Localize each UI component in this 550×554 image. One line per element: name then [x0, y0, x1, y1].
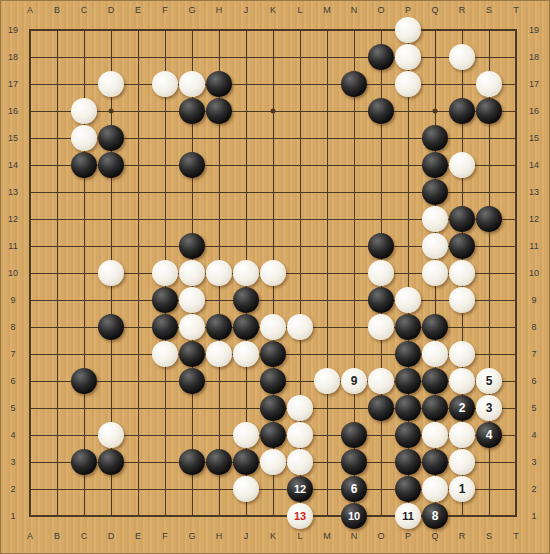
column-label-top-T: T	[513, 5, 519, 15]
stone-black-N1[interactable]: 10	[341, 503, 367, 529]
stone-white-L3[interactable]	[287, 449, 313, 475]
stone-white-J4[interactable]	[233, 422, 259, 448]
move-number-10: 10	[348, 511, 360, 522]
stone-black-D8[interactable]	[98, 314, 124, 340]
stone-white-P9[interactable]	[395, 287, 421, 313]
stone-white-L1[interactable]: 13	[287, 503, 313, 529]
column-label-bottom-K: K	[270, 531, 276, 541]
column-label-top-D: D	[108, 5, 115, 15]
row-label-right-15: 15	[529, 133, 539, 143]
star-point-K16	[271, 109, 276, 114]
move-number-5: 5	[486, 375, 493, 387]
grid-line-horizontal	[29, 300, 517, 301]
stone-white-P18[interactable]	[395, 44, 421, 70]
stone-white-R4[interactable]	[449, 422, 475, 448]
column-label-top-A: A	[27, 5, 33, 15]
stone-black-Q6[interactable]	[422, 368, 448, 394]
stone-black-S16[interactable]	[476, 98, 502, 124]
stone-black-P7[interactable]	[395, 341, 421, 367]
row-label-left-12: 12	[8, 214, 18, 224]
stone-black-P4[interactable]	[395, 422, 421, 448]
stone-black-R16[interactable]	[449, 98, 475, 124]
stone-white-D10[interactable]	[98, 260, 124, 286]
stone-black-P8[interactable]	[395, 314, 421, 340]
stone-black-H3[interactable]	[206, 449, 232, 475]
row-label-right-18: 18	[529, 52, 539, 62]
stone-white-F10[interactable]	[152, 260, 178, 286]
column-label-bottom-S: S	[486, 531, 492, 541]
stone-white-R10[interactable]	[449, 260, 475, 286]
stone-black-H17[interactable]	[206, 71, 232, 97]
stone-white-O8[interactable]	[368, 314, 394, 340]
move-number-13: 13	[294, 511, 306, 522]
go-board[interactable]: AABBCCDDEEFFGGHHJJKKLLMMNNOOPPQQRRSSTT19…	[0, 0, 550, 554]
stone-white-Q2[interactable]	[422, 476, 448, 502]
column-label-bottom-P: P	[405, 531, 411, 541]
column-label-bottom-C: C	[81, 531, 88, 541]
stone-white-J10[interactable]	[233, 260, 259, 286]
column-label-top-P: P	[405, 5, 411, 15]
stone-black-Q3[interactable]	[422, 449, 448, 475]
stone-white-Q7[interactable]	[422, 341, 448, 367]
stone-black-G7[interactable]	[179, 341, 205, 367]
stone-white-O6[interactable]	[368, 368, 394, 394]
column-label-top-C: C	[81, 5, 88, 15]
stone-black-Q1[interactable]: 8	[422, 503, 448, 529]
stone-black-O16[interactable]	[368, 98, 394, 124]
column-label-top-O: O	[377, 5, 384, 15]
stone-white-Q4[interactable]	[422, 422, 448, 448]
grid-line-vertical	[327, 29, 328, 517]
column-label-bottom-G: G	[188, 531, 195, 541]
stone-black-K7[interactable]	[260, 341, 286, 367]
row-label-right-19: 19	[529, 25, 539, 35]
stone-white-J7[interactable]	[233, 341, 259, 367]
stone-white-G8[interactable]	[179, 314, 205, 340]
column-label-bottom-L: L	[297, 531, 302, 541]
column-label-bottom-T: T	[513, 531, 519, 541]
stone-white-R6[interactable]	[449, 368, 475, 394]
row-label-left-14: 14	[8, 160, 18, 170]
stone-white-S6[interactable]: 5	[476, 368, 502, 394]
move-number-3: 3	[486, 402, 493, 414]
row-label-left-11: 11	[8, 241, 17, 251]
row-label-right-9: 9	[531, 295, 536, 305]
move-number-4: 4	[486, 429, 493, 441]
column-label-top-B: B	[54, 5, 60, 15]
row-label-left-13: 13	[8, 187, 18, 197]
move-number-9: 9	[351, 375, 358, 387]
stone-white-F17[interactable]	[152, 71, 178, 97]
stone-black-S12[interactable]	[476, 206, 502, 232]
stone-white-R9[interactable]	[449, 287, 475, 313]
row-label-right-1: 1	[531, 511, 536, 521]
stone-black-D15[interactable]	[98, 125, 124, 151]
stone-black-R11[interactable]	[449, 233, 475, 259]
stone-black-F8[interactable]	[152, 314, 178, 340]
row-label-left-8: 8	[10, 322, 15, 332]
column-label-top-G: G	[188, 5, 195, 15]
stone-black-O9[interactable]	[368, 287, 394, 313]
stone-white-Q12[interactable]	[422, 206, 448, 232]
stone-black-P2[interactable]	[395, 476, 421, 502]
move-number-6: 6	[351, 483, 358, 495]
stone-black-J9[interactable]	[233, 287, 259, 313]
stone-white-R7[interactable]	[449, 341, 475, 367]
stone-black-Q8[interactable]	[422, 314, 448, 340]
stone-black-O11[interactable]	[368, 233, 394, 259]
stone-white-R3[interactable]	[449, 449, 475, 475]
row-label-left-18: 18	[8, 52, 18, 62]
stone-black-Q13[interactable]	[422, 179, 448, 205]
row-label-left-7: 7	[10, 349, 15, 359]
stone-black-R12[interactable]	[449, 206, 475, 232]
row-label-right-8: 8	[531, 322, 536, 332]
column-label-bottom-D: D	[108, 531, 115, 541]
column-label-top-H: H	[216, 5, 223, 15]
move-number-8: 8	[432, 510, 439, 522]
column-label-top-Q: Q	[431, 5, 438, 15]
stone-black-P5[interactable]	[395, 395, 421, 421]
row-label-right-17: 17	[529, 79, 539, 89]
stone-black-F9[interactable]	[152, 287, 178, 313]
stone-white-P19[interactable]	[395, 17, 421, 43]
row-label-left-15: 15	[8, 133, 18, 143]
row-label-right-2: 2	[531, 484, 536, 494]
row-label-right-3: 3	[531, 457, 536, 467]
stone-white-Q11[interactable]	[422, 233, 448, 259]
stone-black-N2[interactable]: 6	[341, 476, 367, 502]
stone-white-H7[interactable]	[206, 341, 232, 367]
column-label-bottom-R: R	[459, 531, 466, 541]
stone-white-K3[interactable]	[260, 449, 286, 475]
column-label-bottom-E: E	[135, 531, 141, 541]
stone-white-N6[interactable]: 9	[341, 368, 367, 394]
row-label-left-5: 5	[10, 403, 15, 413]
column-label-bottom-J: J	[244, 531, 249, 541]
row-label-right-16: 16	[529, 106, 539, 116]
move-number-1: 1	[459, 483, 466, 495]
stone-black-S4[interactable]: 4	[476, 422, 502, 448]
stone-black-G16[interactable]	[179, 98, 205, 124]
row-label-right-11: 11	[529, 241, 538, 251]
stone-black-Q15[interactable]	[422, 125, 448, 151]
column-label-top-F: F	[162, 5, 168, 15]
stone-black-P3[interactable]	[395, 449, 421, 475]
row-label-left-6: 6	[10, 376, 15, 386]
row-label-left-4: 4	[10, 430, 15, 440]
row-label-right-4: 4	[531, 430, 536, 440]
stone-black-K4[interactable]	[260, 422, 286, 448]
stone-white-D17[interactable]	[98, 71, 124, 97]
row-label-left-3: 3	[10, 457, 15, 467]
row-label-right-5: 5	[531, 403, 536, 413]
stone-black-C3[interactable]	[71, 449, 97, 475]
stone-black-L2[interactable]: 12	[287, 476, 313, 502]
stone-white-M6[interactable]	[314, 368, 340, 394]
grid-line-vertical	[515, 29, 517, 517]
move-number-2: 2	[459, 402, 466, 414]
stone-black-N3[interactable]	[341, 449, 367, 475]
column-label-bottom-A: A	[27, 531, 33, 541]
row-label-right-12: 12	[529, 214, 539, 224]
stone-white-C15[interactable]	[71, 125, 97, 151]
stone-white-O10[interactable]	[368, 260, 394, 286]
column-label-top-L: L	[297, 5, 302, 15]
stone-black-K6[interactable]	[260, 368, 286, 394]
column-label-bottom-B: B	[54, 531, 60, 541]
column-label-top-J: J	[244, 5, 249, 15]
stone-white-R14[interactable]	[449, 152, 475, 178]
stone-white-H10[interactable]	[206, 260, 232, 286]
row-label-left-16: 16	[8, 106, 18, 116]
row-label-left-9: 9	[10, 295, 15, 305]
row-label-left-17: 17	[8, 79, 18, 89]
stone-black-C14[interactable]	[71, 152, 97, 178]
stone-black-G14[interactable]	[179, 152, 205, 178]
stone-black-J3[interactable]	[233, 449, 259, 475]
row-label-right-10: 10	[529, 268, 539, 278]
stone-white-P17[interactable]	[395, 71, 421, 97]
row-label-left-1: 1	[10, 511, 15, 521]
stone-white-L5[interactable]	[287, 395, 313, 421]
stone-black-K5[interactable]	[260, 395, 286, 421]
column-label-top-R: R	[459, 5, 466, 15]
row-label-left-10: 10	[8, 268, 18, 278]
stone-black-R5[interactable]: 2	[449, 395, 475, 421]
stone-black-Q5[interactable]	[422, 395, 448, 421]
stone-black-P6[interactable]	[395, 368, 421, 394]
row-label-right-13: 13	[529, 187, 539, 197]
stone-white-P1[interactable]: 11	[395, 503, 421, 529]
row-label-left-2: 2	[10, 484, 15, 494]
column-label-top-E: E	[135, 5, 141, 15]
row-label-right-7: 7	[531, 349, 536, 359]
stone-black-G11[interactable]	[179, 233, 205, 259]
column-label-top-S: S	[486, 5, 492, 15]
stone-black-H16[interactable]	[206, 98, 232, 124]
row-label-right-6: 6	[531, 376, 536, 386]
column-label-bottom-F: F	[162, 531, 168, 541]
stone-white-S5[interactable]: 3	[476, 395, 502, 421]
stone-black-G3[interactable]	[179, 449, 205, 475]
stone-white-G9[interactable]	[179, 287, 205, 313]
column-label-bottom-O: O	[377, 531, 384, 541]
stone-white-D4[interactable]	[98, 422, 124, 448]
stone-white-L8[interactable]	[287, 314, 313, 340]
stone-white-R18[interactable]	[449, 44, 475, 70]
stone-black-O5[interactable]	[368, 395, 394, 421]
stone-white-J2[interactable]	[233, 476, 259, 502]
stone-black-N17[interactable]	[341, 71, 367, 97]
stone-black-G6[interactable]	[179, 368, 205, 394]
stone-black-H8[interactable]	[206, 314, 232, 340]
move-number-12: 12	[294, 484, 306, 495]
stone-white-C16[interactable]	[71, 98, 97, 124]
column-label-bottom-N: N	[351, 531, 358, 541]
stone-white-S17[interactable]	[476, 71, 502, 97]
stone-white-K8[interactable]	[260, 314, 286, 340]
stone-white-Q10[interactable]	[422, 260, 448, 286]
stone-white-G17[interactable]	[179, 71, 205, 97]
column-label-bottom-Q: Q	[431, 531, 438, 541]
star-point-D16	[109, 109, 114, 114]
column-label-bottom-M: M	[323, 531, 331, 541]
star-point-Q16	[433, 109, 438, 114]
column-label-bottom-H: H	[216, 531, 223, 541]
stone-white-G10[interactable]	[179, 260, 205, 286]
stone-black-D14[interactable]	[98, 152, 124, 178]
stone-white-F7[interactable]	[152, 341, 178, 367]
column-label-top-K: K	[270, 5, 276, 15]
stone-black-O18[interactable]	[368, 44, 394, 70]
column-label-top-M: M	[323, 5, 331, 15]
column-label-top-N: N	[351, 5, 358, 15]
stone-white-R2[interactable]: 1	[449, 476, 475, 502]
stone-white-K10[interactable]	[260, 260, 286, 286]
row-label-left-19: 19	[8, 25, 18, 35]
stone-black-Q14[interactable]	[422, 152, 448, 178]
stone-black-C6[interactable]	[71, 368, 97, 394]
stone-black-D3[interactable]	[98, 449, 124, 475]
stone-black-N4[interactable]	[341, 422, 367, 448]
stone-black-J8[interactable]	[233, 314, 259, 340]
move-number-11: 11	[402, 511, 414, 522]
row-label-right-14: 14	[529, 160, 539, 170]
stone-white-L4[interactable]	[287, 422, 313, 448]
